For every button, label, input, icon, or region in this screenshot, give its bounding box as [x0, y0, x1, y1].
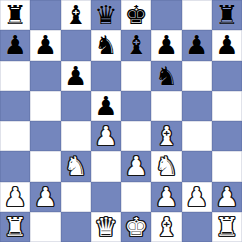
square-e5[interactable]: [121, 91, 151, 121]
square-d6[interactable]: [91, 61, 121, 91]
square-c2[interactable]: [61, 182, 91, 212]
square-g5[interactable]: [182, 91, 212, 121]
square-e1[interactable]: ♚: [121, 212, 151, 242]
piece-white-pawn[interactable]: ♟: [3, 184, 26, 210]
square-f4[interactable]: ♝: [151, 121, 181, 151]
square-h8[interactable]: ♜: [212, 0, 242, 30]
piece-black-rook[interactable]: ♜: [215, 2, 238, 28]
square-b2[interactable]: ♟: [30, 182, 60, 212]
square-a6[interactable]: [0, 61, 30, 91]
square-a3[interactable]: [0, 151, 30, 181]
piece-black-pawn[interactable]: ♟: [64, 63, 87, 89]
square-f3[interactable]: ♞: [151, 151, 181, 181]
square-a7[interactable]: ♟: [0, 30, 30, 60]
piece-white-knight[interactable]: ♞: [155, 153, 178, 179]
piece-white-pawn[interactable]: ♟: [215, 184, 238, 210]
piece-white-pawn[interactable]: ♟: [94, 123, 117, 149]
square-a2[interactable]: ♟: [0, 182, 30, 212]
square-d3[interactable]: [91, 151, 121, 181]
square-c7[interactable]: [61, 30, 91, 60]
piece-black-pawn[interactable]: ♟: [3, 32, 26, 58]
square-d2[interactable]: [91, 182, 121, 212]
piece-black-bishop[interactable]: ♝: [64, 2, 87, 28]
square-f8[interactable]: [151, 0, 181, 30]
piece-black-knight[interactable]: ♞: [155, 63, 178, 89]
square-f5[interactable]: [151, 91, 181, 121]
square-d4[interactable]: ♟: [91, 121, 121, 151]
piece-white-king[interactable]: ♚: [124, 214, 147, 240]
square-f7[interactable]: ♟: [151, 30, 181, 60]
piece-white-rook[interactable]: ♜: [215, 214, 238, 240]
chess-board: ♜♝♛♚♜♟♟♞♝♟♟♟♟♞♟♟♝♞♟♞♟♟♟♟♟♜♛♚♝♜: [0, 0, 242, 242]
square-d5[interactable]: ♟: [91, 91, 121, 121]
piece-white-pawn[interactable]: ♟: [155, 184, 178, 210]
square-g1[interactable]: [182, 212, 212, 242]
square-a1[interactable]: ♜: [0, 212, 30, 242]
square-f2[interactable]: ♟: [151, 182, 181, 212]
square-a8[interactable]: ♜: [0, 0, 30, 30]
square-b4[interactable]: [30, 121, 60, 151]
square-c5[interactable]: [61, 91, 91, 121]
piece-white-knight[interactable]: ♞: [64, 153, 87, 179]
piece-white-bishop[interactable]: ♝: [155, 214, 178, 240]
piece-white-bishop[interactable]: ♝: [155, 123, 178, 149]
piece-black-queen[interactable]: ♛: [94, 2, 117, 28]
square-h1[interactable]: ♜: [212, 212, 242, 242]
square-g2[interactable]: ♟: [182, 182, 212, 212]
square-d8[interactable]: ♛: [91, 0, 121, 30]
square-c3[interactable]: ♞: [61, 151, 91, 181]
piece-black-pawn[interactable]: ♟: [215, 32, 238, 58]
square-h4[interactable]: [212, 121, 242, 151]
square-h7[interactable]: ♟: [212, 30, 242, 60]
square-e8[interactable]: ♚: [121, 0, 151, 30]
piece-white-pawn[interactable]: ♟: [124, 153, 147, 179]
square-g3[interactable]: [182, 151, 212, 181]
square-b8[interactable]: [30, 0, 60, 30]
square-e2[interactable]: [121, 182, 151, 212]
piece-black-pawn[interactable]: ♟: [185, 32, 208, 58]
square-c8[interactable]: ♝: [61, 0, 91, 30]
square-e6[interactable]: [121, 61, 151, 91]
square-c4[interactable]: [61, 121, 91, 151]
square-b5[interactable]: [30, 91, 60, 121]
square-b6[interactable]: [30, 61, 60, 91]
square-f6[interactable]: ♞: [151, 61, 181, 91]
piece-white-queen[interactable]: ♛: [94, 214, 117, 240]
square-e7[interactable]: ♝: [121, 30, 151, 60]
piece-black-king[interactable]: ♚: [124, 2, 147, 28]
square-c1[interactable]: [61, 212, 91, 242]
piece-black-knight[interactable]: ♞: [94, 32, 117, 58]
piece-black-pawn[interactable]: ♟: [155, 32, 178, 58]
square-d7[interactable]: ♞: [91, 30, 121, 60]
square-b1[interactable]: [30, 212, 60, 242]
square-d1[interactable]: ♛: [91, 212, 121, 242]
piece-black-bishop[interactable]: ♝: [124, 32, 147, 58]
square-e4[interactable]: [121, 121, 151, 151]
piece-white-rook[interactable]: ♜: [3, 214, 26, 240]
square-g7[interactable]: ♟: [182, 30, 212, 60]
piece-black-pawn[interactable]: ♟: [34, 32, 57, 58]
square-h2[interactable]: ♟: [212, 182, 242, 212]
square-a4[interactable]: [0, 121, 30, 151]
square-f1[interactable]: ♝: [151, 212, 181, 242]
piece-black-rook[interactable]: ♜: [3, 2, 26, 28]
square-a5[interactable]: [0, 91, 30, 121]
square-c6[interactable]: ♟: [61, 61, 91, 91]
square-e3[interactable]: ♟: [121, 151, 151, 181]
square-h3[interactable]: [212, 151, 242, 181]
piece-white-pawn[interactable]: ♟: [34, 184, 57, 210]
square-b7[interactable]: ♟: [30, 30, 60, 60]
square-h6[interactable]: [212, 61, 242, 91]
piece-white-pawn[interactable]: ♟: [185, 184, 208, 210]
square-g4[interactable]: [182, 121, 212, 151]
piece-black-pawn[interactable]: ♟: [94, 93, 117, 119]
square-h5[interactable]: [212, 91, 242, 121]
square-g6[interactable]: [182, 61, 212, 91]
square-g8[interactable]: [182, 0, 212, 30]
square-b3[interactable]: [30, 151, 60, 181]
